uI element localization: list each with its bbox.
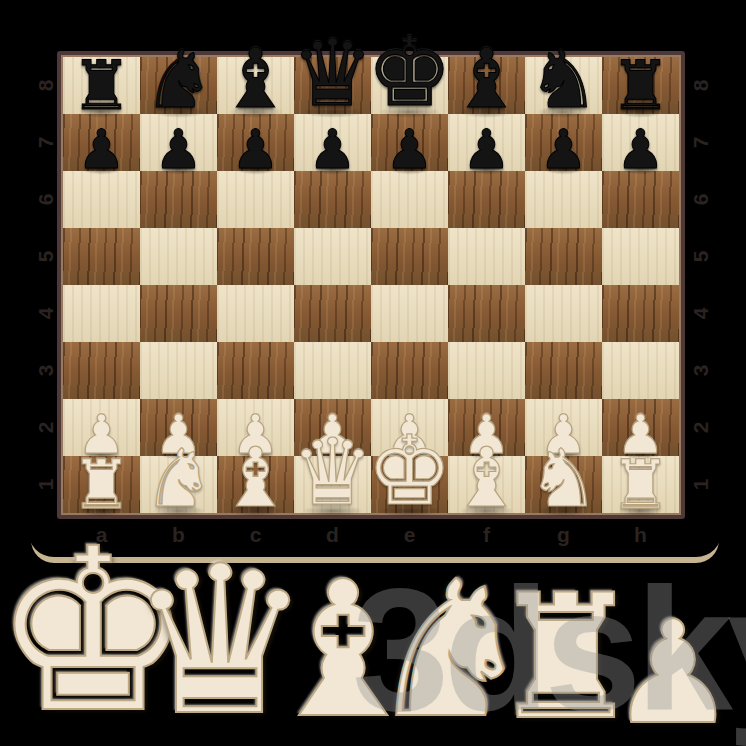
file-label-g: g [525, 513, 602, 557]
square-g8: ♞ [525, 57, 602, 114]
square-f2: ♟ [448, 399, 525, 456]
square-a1: ♜ [63, 456, 140, 513]
square-d6 [294, 171, 371, 228]
square-h7: ♟ [602, 114, 679, 171]
square-b5 [140, 228, 217, 285]
square-e1: ♚ [371, 456, 448, 513]
board-frame: ♜♞♝♛♚♝♞♜♟♟♟♟♟♟♟♟♟♟♟♟♟♟♟♟♜♞♝♛♚♝♞♜ [57, 51, 685, 519]
piece-black-pawn-d7: ♟ [308, 123, 356, 177]
square-h6 [602, 171, 679, 228]
rank-label-left-7: 7 [17, 125, 74, 160]
piece-black-pawn-b7: ♟ [154, 123, 202, 177]
square-c4 [217, 285, 294, 342]
file-label-c: c [217, 513, 294, 557]
piece-white-pawn-c2: ♟ [231, 408, 279, 462]
file-label-h: h [602, 513, 679, 557]
square-a7: ♟ [63, 114, 140, 171]
square-a8: ♜ [63, 57, 140, 114]
square-d2: ♟ [294, 399, 371, 456]
lineup-white-knight: ♞ [366, 556, 535, 744]
file-label-a: a [63, 513, 140, 557]
lineup-white-rook: ♜ [489, 572, 643, 744]
file-label-e: e [371, 513, 448, 557]
rank-label-right-1: 1 [672, 463, 729, 506]
square-h4 [602, 285, 679, 342]
rank-labels-left: 87654321 [28, 57, 63, 513]
lineup-white-queen: ♛ [128, 539, 312, 744]
piece-black-bishop-f8: ♝ [450, 38, 524, 120]
piece-black-pawn-e7: ♟ [385, 123, 433, 177]
square-c8: ♝ [217, 57, 294, 114]
square-h3 [602, 342, 679, 399]
rank-labels-right: 87654321 [679, 57, 722, 513]
square-h1: ♜ [602, 456, 679, 513]
square-c5 [217, 228, 294, 285]
square-g6 [525, 171, 602, 228]
square-h5 [602, 228, 679, 285]
lineup-white-bishop: ♝ [259, 556, 428, 744]
square-e8: ♚ [371, 57, 448, 114]
rank-label-right-8: 8 [672, 64, 729, 107]
square-a6 [63, 171, 140, 228]
square-d7: ♟ [294, 114, 371, 171]
rank-label-right-5: 5 [672, 235, 729, 278]
square-b2: ♟ [140, 399, 217, 456]
square-b6 [140, 171, 217, 228]
square-h8: ♜ [602, 57, 679, 114]
piece-black-pawn-a7: ♟ [77, 123, 125, 177]
square-b1: ♞ [140, 456, 217, 513]
piece-white-pawn-h2: ♟ [616, 408, 664, 462]
square-e4 [371, 285, 448, 342]
lineup-white-pawn: ♟ [609, 602, 736, 744]
watermark-text: 3dsky [352, 562, 746, 737]
square-g1: ♞ [525, 456, 602, 513]
square-f1: ♝ [448, 456, 525, 513]
square-c2: ♟ [217, 399, 294, 456]
rank-label-left-5: 5 [17, 239, 74, 274]
rank-label-right-2: 2 [672, 406, 729, 449]
square-a2: ♟ [63, 399, 140, 456]
square-f3 [448, 342, 525, 399]
file-label-d: d [294, 513, 371, 557]
piece-black-bishop-c8: ♝ [219, 38, 293, 120]
square-g7: ♟ [525, 114, 602, 171]
piece-black-queen-d8: ♛ [291, 28, 373, 120]
piece-black-pawn-h7: ♟ [616, 123, 664, 177]
square-a5 [63, 228, 140, 285]
rank-label-left-3: 3 [17, 353, 74, 388]
square-g5 [525, 228, 602, 285]
square-a4 [63, 285, 140, 342]
chess-board: ♜♞♝♛♚♝♞♜♟♟♟♟♟♟♟♟♟♟♟♟♟♟♟♟♜♞♝♛♚♝♞♜ abcdefg… [28, 40, 722, 557]
square-f7: ♟ [448, 114, 525, 171]
piece-white-pawn-g2: ♟ [539, 408, 587, 462]
rank-label-left-1: 1 [17, 467, 74, 502]
rank-label-right-6: 6 [672, 178, 729, 221]
square-b7: ♟ [140, 114, 217, 171]
piece-black-pawn-f7: ♟ [462, 123, 510, 177]
rank-label-right-4: 4 [672, 292, 729, 335]
piece-black-rook-a8: ♜ [71, 52, 132, 120]
piece-white-pawn-d2: ♟ [308, 408, 356, 462]
piece-white-pawn-f2: ♟ [462, 408, 510, 462]
square-f8: ♝ [448, 57, 525, 114]
square-g3 [525, 342, 602, 399]
square-f5 [448, 228, 525, 285]
square-c6 [217, 171, 294, 228]
piece-black-pawn-c7: ♟ [231, 123, 279, 177]
square-b3 [140, 342, 217, 399]
piece-white-pawn-a2: ♟ [77, 408, 125, 462]
square-e6 [371, 171, 448, 228]
rank-label-left-4: 4 [17, 296, 74, 331]
piece-white-pawn-e2: ♟ [385, 408, 433, 462]
piece-black-knight-g8: ♞ [528, 40, 600, 120]
rank-label-right-3: 3 [672, 349, 729, 392]
square-b8: ♞ [140, 57, 217, 114]
square-e5 [371, 228, 448, 285]
square-d5 [294, 228, 371, 285]
square-d8: ♛ [294, 57, 371, 114]
square-h2: ♟ [602, 399, 679, 456]
square-c7: ♟ [217, 114, 294, 171]
square-f6 [448, 171, 525, 228]
scene: ♜♞♝♛♚♝♞♜♟♟♟♟♟♟♟♟♟♟♟♟♟♟♟♟♜♞♝♛♚♝♞♜ abcdefg… [0, 0, 746, 746]
square-e2: ♟ [371, 399, 448, 456]
piece-white-pawn-b2: ♟ [154, 408, 202, 462]
piece-white-rook-a1: ♜ [71, 451, 132, 519]
rank-label-left-2: 2 [17, 410, 74, 445]
square-c1: ♝ [217, 456, 294, 513]
piece-black-king-e8: ♚ [366, 24, 452, 120]
rank-label-left-8: 8 [17, 68, 74, 103]
board-grid: ♜♞♝♛♚♝♞♜♟♟♟♟♟♟♟♟♟♟♟♟♟♟♟♟♜♞♝♛♚♝♞♜ [61, 55, 681, 515]
square-a3 [63, 342, 140, 399]
rank-label-right-7: 7 [672, 121, 729, 164]
square-d1: ♛ [294, 456, 371, 513]
square-e3 [371, 342, 448, 399]
square-g2: ♟ [525, 399, 602, 456]
square-d4 [294, 285, 371, 342]
piece-black-pawn-g7: ♟ [539, 123, 587, 177]
square-c3 [217, 342, 294, 399]
square-b4 [140, 285, 217, 342]
piece-black-rook-h8: ♜ [610, 52, 671, 120]
square-e7: ♟ [371, 114, 448, 171]
file-labels: abcdefgh [63, 513, 679, 557]
piece-white-rook-h1: ♜ [610, 451, 671, 519]
file-label-b: b [140, 513, 217, 557]
square-d3 [294, 342, 371, 399]
square-f4 [448, 285, 525, 342]
square-g4 [525, 285, 602, 342]
file-label-f: f [448, 513, 525, 557]
rank-label-left-6: 6 [17, 182, 74, 217]
piece-black-knight-b8: ♞ [143, 40, 215, 120]
